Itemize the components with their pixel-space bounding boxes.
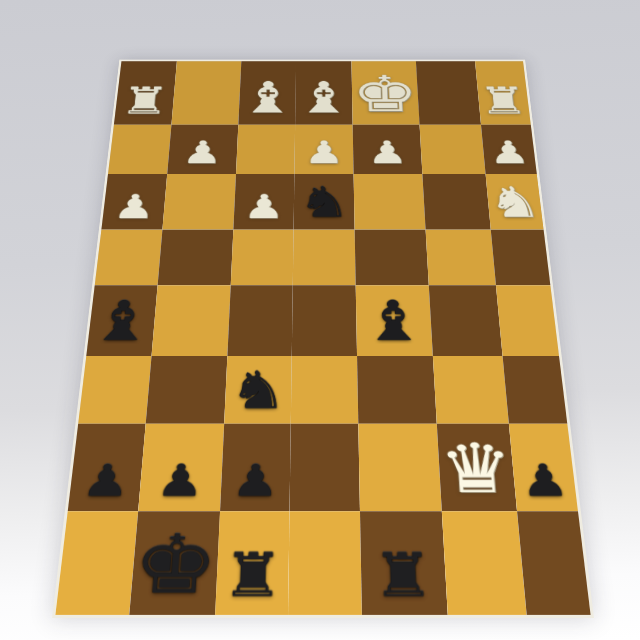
- square-e4[interactable]: [292, 285, 357, 356]
- square-c7[interactable]: [236, 125, 296, 174]
- square-e7[interactable]: ♟: [294, 125, 353, 174]
- square-f4[interactable]: ♝: [355, 285, 432, 356]
- square-c8[interactable]: ♝: [238, 61, 296, 124]
- chess-board: ♜♝♝♚♜♟♟♟♟♟♟♞♞♝♝♞♟♟♟♛♟♚♜♜: [52, 60, 594, 618]
- square-g3[interactable]: [433, 356, 509, 424]
- square-f1[interactable]: ♜: [360, 511, 448, 615]
- square-f6[interactable]: [353, 174, 425, 230]
- square-h1[interactable]: [517, 511, 591, 615]
- square-b1[interactable]: ♚: [129, 511, 220, 615]
- square-h3[interactable]: [502, 356, 567, 424]
- piece-black-king[interactable]: ♚: [130, 524, 219, 605]
- square-g5[interactable]: [425, 230, 495, 285]
- square-e1[interactable]: [288, 511, 361, 615]
- square-e5[interactable]: [293, 230, 355, 285]
- square-b6[interactable]: [162, 174, 236, 230]
- piece-black-rook[interactable]: ♜: [221, 546, 284, 606]
- square-f2[interactable]: [358, 424, 442, 511]
- square-c4[interactable]: [227, 285, 293, 356]
- piece-white-pawn[interactable]: ♟: [182, 137, 224, 168]
- piece-white-bishop[interactable]: ♝: [295, 76, 352, 119]
- piece-white-pawn[interactable]: ♟: [304, 137, 344, 168]
- square-a8[interactable]: ♜: [114, 61, 177, 124]
- piece-white-pawn[interactable]: ♟: [487, 137, 530, 168]
- square-e8[interactable]: ♝: [295, 61, 352, 124]
- square-g2[interactable]: ♛: [437, 424, 517, 511]
- square-e2[interactable]: [290, 424, 360, 511]
- square-h8[interactable]: ♜: [475, 61, 531, 124]
- piece-white-rook[interactable]: ♜: [119, 83, 171, 120]
- square-f5[interactable]: [354, 230, 428, 285]
- piece-white-rook[interactable]: ♜: [477, 83, 529, 120]
- square-h2[interactable]: ♟: [508, 424, 578, 511]
- square-h7[interactable]: ♟: [481, 125, 537, 174]
- square-a3[interactable]: [78, 356, 151, 424]
- square-c1[interactable]: ♜: [215, 511, 290, 615]
- square-b7[interactable]: ♟: [167, 125, 238, 174]
- square-g4[interactable]: [429, 285, 503, 356]
- square-e3[interactable]: [291, 356, 358, 424]
- square-c6[interactable]: ♟: [233, 174, 294, 230]
- piece-white-knight[interactable]: ♞: [486, 181, 543, 223]
- piece-white-pawn[interactable]: ♟: [243, 190, 285, 223]
- piece-black-knight[interactable]: ♞: [228, 365, 288, 417]
- square-b2[interactable]: ♟: [138, 424, 224, 511]
- square-a2[interactable]: ♟: [68, 424, 146, 511]
- square-f3[interactable]: [357, 356, 437, 424]
- square-c2[interactable]: ♟: [220, 424, 291, 511]
- square-b8[interactable]: [171, 61, 241, 124]
- piece-black-bishop[interactable]: ♝: [361, 294, 427, 349]
- square-h6[interactable]: ♞: [485, 174, 543, 230]
- square-a5[interactable]: [95, 230, 162, 285]
- piece-white-queen[interactable]: ♛: [437, 435, 516, 503]
- square-a4[interactable]: ♝: [86, 285, 157, 356]
- piece-black-pawn[interactable]: ♟: [518, 459, 570, 503]
- square-a7[interactable]: [108, 125, 171, 174]
- piece-white-bishop[interactable]: ♝: [238, 76, 296, 119]
- piece-black-pawn[interactable]: ♟: [231, 459, 279, 503]
- piece-black-knight[interactable]: ♞: [297, 181, 350, 223]
- piece-white-king[interactable]: ♚: [351, 69, 419, 119]
- square-f8[interactable]: ♚: [351, 61, 419, 124]
- square-g7[interactable]: [419, 125, 485, 174]
- piece-black-pawn[interactable]: ♟: [155, 459, 205, 503]
- piece-black-rook[interactable]: ♜: [372, 546, 436, 606]
- square-c5[interactable]: [230, 230, 293, 285]
- piece-black-pawn[interactable]: ♟: [80, 459, 132, 503]
- square-a6[interactable]: ♟: [101, 174, 166, 230]
- square-g1[interactable]: [442, 511, 527, 615]
- square-e6[interactable]: ♞: [294, 174, 355, 230]
- photo-background: ♜♝♝♚♜♟♟♟♟♟♟♞♞♝♝♞♟♟♟♛♟♚♜♜: [0, 0, 640, 640]
- square-b5[interactable]: [157, 230, 233, 285]
- square-g8[interactable]: [416, 61, 481, 124]
- square-h4[interactable]: [496, 285, 560, 356]
- square-c3[interactable]: ♞: [224, 356, 292, 424]
- square-a1[interactable]: [55, 511, 137, 615]
- square-b3[interactable]: [145, 356, 227, 424]
- square-b4[interactable]: [151, 285, 230, 356]
- piece-white-pawn[interactable]: ♟: [112, 190, 156, 223]
- square-g6[interactable]: [422, 174, 490, 230]
- square-f7[interactable]: ♟: [352, 125, 422, 174]
- piece-black-bishop[interactable]: ♝: [87, 294, 156, 349]
- piece-white-pawn[interactable]: ♟: [367, 137, 408, 168]
- square-h5[interactable]: [490, 230, 550, 285]
